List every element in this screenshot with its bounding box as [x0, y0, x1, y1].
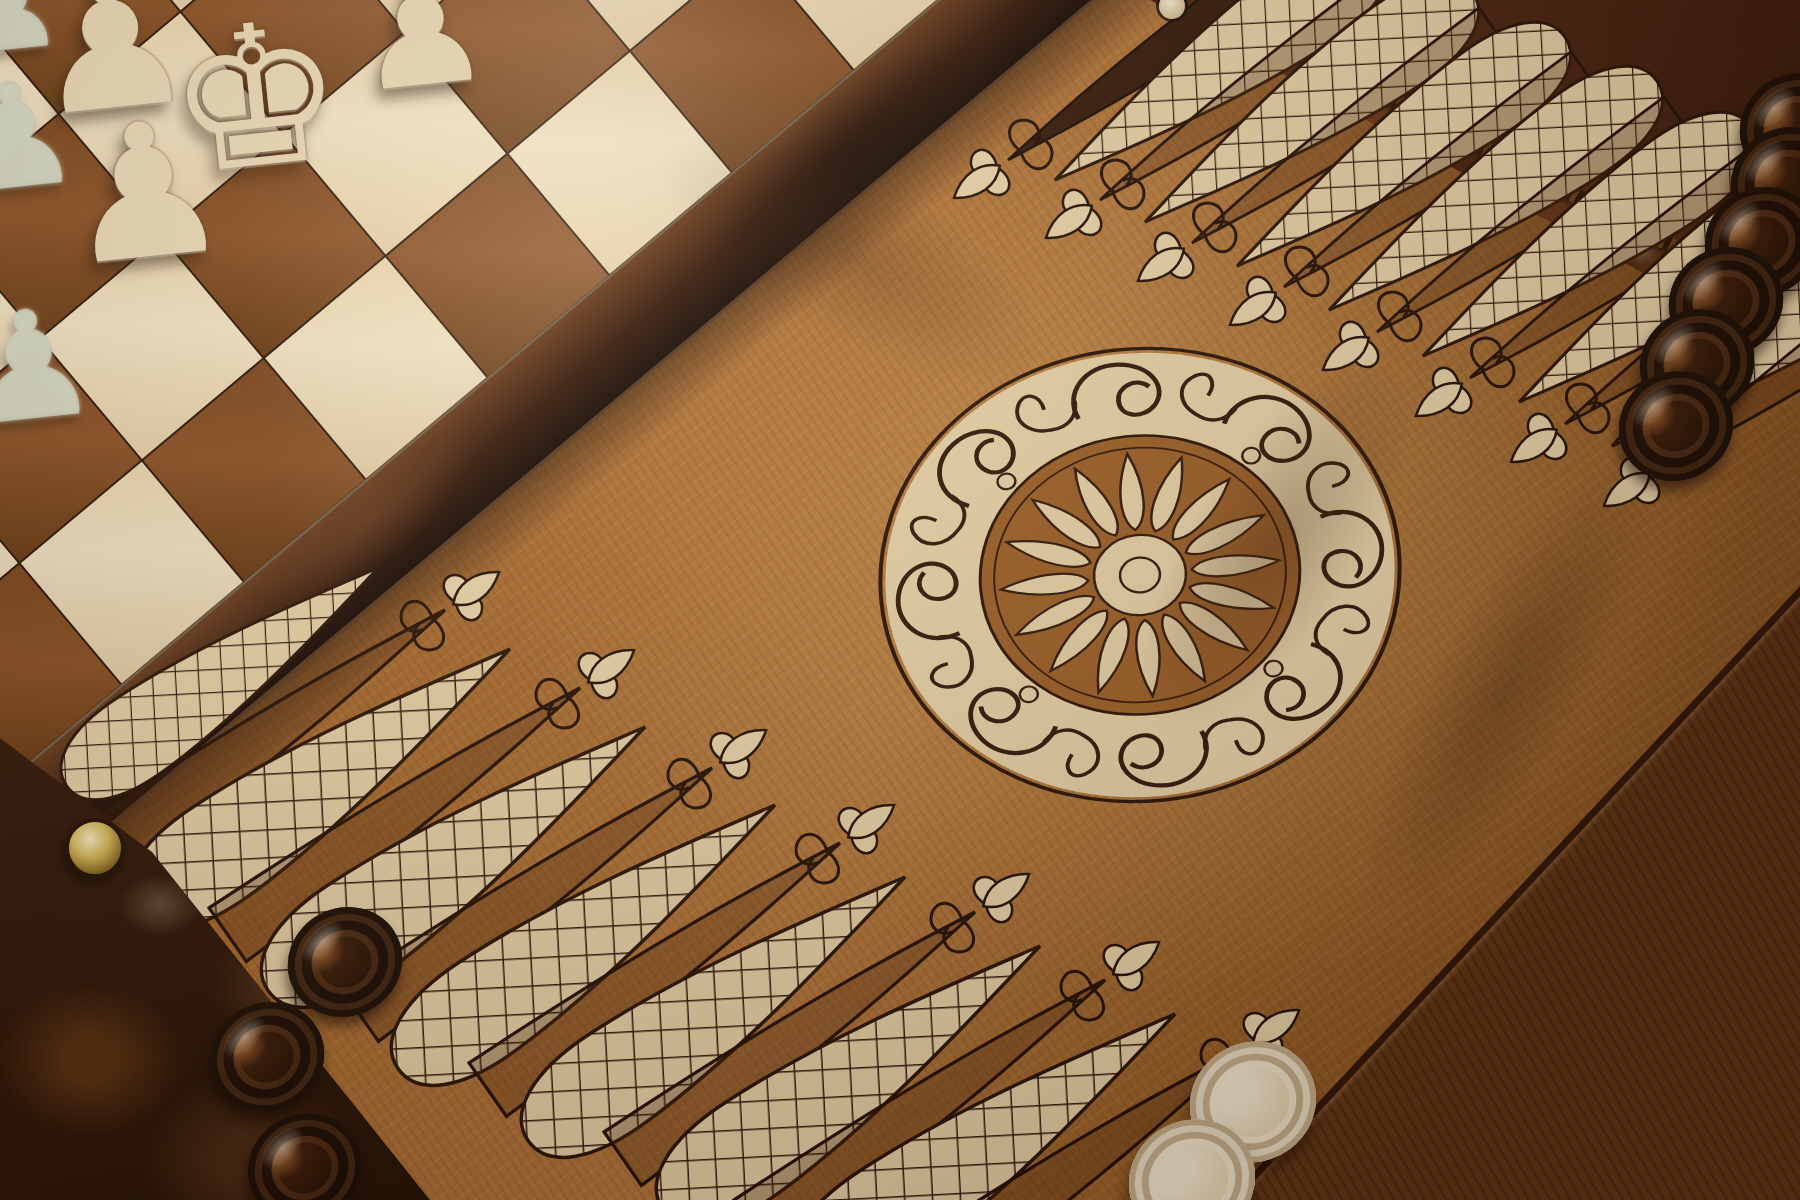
photo-backgammon-chess-set: ♟♟♟♚♟♟♟: [0, 0, 1800, 1200]
medallion-rosette: [858, 323, 1422, 827]
chess-piece-white-pawn[interactable]: ♟: [53, 92, 237, 293]
chess-piece-white-glass-pawn[interactable]: ♟: [0, 284, 105, 447]
brass-pin: [65, 818, 125, 878]
chess-piece-white-pawn[interactable]: ♟: [347, 0, 496, 114]
